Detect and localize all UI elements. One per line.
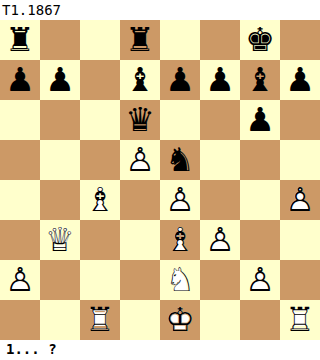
black-pawn-glyph: ♟	[200, 60, 240, 100]
black-pawn: ♟	[0, 60, 40, 100]
black-rook-glyph: ♜	[120, 20, 160, 60]
black-bishop: ♝	[240, 60, 280, 100]
square-b6[interactable]	[40, 100, 80, 140]
white-rook-glyph: ♖	[280, 300, 320, 340]
black-rook-glyph: ♜	[0, 20, 40, 60]
black-pawn: ♟	[40, 60, 80, 100]
white-rook-glyph: ♖	[80, 300, 120, 340]
black-pawn-glyph: ♟	[0, 60, 40, 100]
square-f6[interactable]	[200, 100, 240, 140]
square-g3[interactable]	[240, 220, 280, 260]
black-pawn: ♟	[200, 60, 240, 100]
square-d6[interactable]: ♛	[120, 100, 160, 140]
square-d8[interactable]: ♜	[120, 20, 160, 60]
white-knight-glyph: ♘	[160, 260, 200, 300]
white-pawn: ♟♙	[160, 180, 200, 220]
square-c3[interactable]	[80, 220, 120, 260]
black-pawn: ♟	[240, 100, 280, 140]
white-king: ♚♔	[160, 300, 200, 340]
black-pawn: ♟	[280, 60, 320, 100]
square-b1[interactable]	[40, 300, 80, 340]
square-g2[interactable]: ♟♙	[240, 260, 280, 300]
black-bishop-glyph: ♝	[120, 60, 160, 100]
square-g4[interactable]	[240, 180, 280, 220]
white-knight: ♞♘	[160, 260, 200, 300]
square-e7[interactable]: ♟	[160, 60, 200, 100]
square-c5[interactable]	[80, 140, 120, 180]
square-c6[interactable]	[80, 100, 120, 140]
square-b4[interactable]	[40, 180, 80, 220]
black-pawn-glyph: ♟	[240, 100, 280, 140]
square-b8[interactable]	[40, 20, 80, 60]
square-e6[interactable]	[160, 100, 200, 140]
white-pawn-glyph: ♙	[240, 260, 280, 300]
square-d4[interactable]	[120, 180, 160, 220]
square-a7[interactable]: ♟	[0, 60, 40, 100]
black-rook: ♜	[0, 20, 40, 60]
square-b2[interactable]	[40, 260, 80, 300]
white-rook: ♜♖	[280, 300, 320, 340]
square-g6[interactable]: ♟	[240, 100, 280, 140]
square-f4[interactable]	[200, 180, 240, 220]
square-a2[interactable]: ♟♙	[0, 260, 40, 300]
white-queen-glyph: ♕	[40, 220, 80, 260]
square-h5[interactable]	[280, 140, 320, 180]
square-d1[interactable]	[120, 300, 160, 340]
square-g7[interactable]: ♝	[240, 60, 280, 100]
black-knight-glyph: ♞	[160, 140, 200, 180]
black-queen: ♛	[120, 100, 160, 140]
square-h1[interactable]: ♜♖	[280, 300, 320, 340]
square-f2[interactable]	[200, 260, 240, 300]
move-prompt: 1... ?	[0, 340, 320, 360]
square-h2[interactable]	[280, 260, 320, 300]
square-h6[interactable]	[280, 100, 320, 140]
black-rook: ♜	[120, 20, 160, 60]
white-queen: ♛♕	[40, 220, 80, 260]
square-d2[interactable]	[120, 260, 160, 300]
square-g1[interactable]	[240, 300, 280, 340]
white-pawn: ♟♙	[200, 220, 240, 260]
square-a6[interactable]	[0, 100, 40, 140]
square-c7[interactable]	[80, 60, 120, 100]
square-e8[interactable]	[160, 20, 200, 60]
square-g5[interactable]	[240, 140, 280, 180]
square-g8[interactable]: ♚	[240, 20, 280, 60]
white-bishop-glyph: ♗	[160, 220, 200, 260]
black-queen-glyph: ♛	[120, 100, 160, 140]
square-a8[interactable]: ♜	[0, 20, 40, 60]
chess-puzzle-app: T1.1867 ♜♜♚♟♟♝♟♟♝♟♛♟♟♙♞♝♗♟♙♟♙♛♕♝♗♟♙♟♙♞♘♟…	[0, 0, 320, 360]
square-f8[interactable]	[200, 20, 240, 60]
square-h3[interactable]	[280, 220, 320, 260]
black-pawn-glyph: ♟	[160, 60, 200, 100]
white-rook: ♜♖	[80, 300, 120, 340]
square-f5[interactable]	[200, 140, 240, 180]
square-f1[interactable]	[200, 300, 240, 340]
white-pawn-glyph: ♙	[160, 180, 200, 220]
square-e4[interactable]: ♟♙	[160, 180, 200, 220]
square-d7[interactable]: ♝	[120, 60, 160, 100]
white-pawn: ♟♙	[0, 260, 40, 300]
white-pawn-glyph: ♙	[280, 180, 320, 220]
square-d5[interactable]: ♟♙	[120, 140, 160, 180]
square-b3[interactable]: ♛♕	[40, 220, 80, 260]
square-c2[interactable]	[80, 260, 120, 300]
square-a1[interactable]	[0, 300, 40, 340]
square-f3[interactable]: ♟♙	[200, 220, 240, 260]
square-h4[interactable]: ♟♙	[280, 180, 320, 220]
square-h8[interactable]	[280, 20, 320, 60]
white-pawn: ♟♙	[280, 180, 320, 220]
square-f7[interactable]: ♟	[200, 60, 240, 100]
square-c8[interactable]	[80, 20, 120, 60]
square-e1[interactable]: ♚♔	[160, 300, 200, 340]
square-c4[interactable]: ♝♗	[80, 180, 120, 220]
square-c1[interactable]: ♜♖	[80, 300, 120, 340]
square-a5[interactable]	[0, 140, 40, 180]
white-bishop-glyph: ♗	[80, 180, 120, 220]
white-pawn-glyph: ♙	[200, 220, 240, 260]
puzzle-id: T1.1867	[0, 0, 320, 20]
black-bishop: ♝	[120, 60, 160, 100]
square-b7[interactable]: ♟	[40, 60, 80, 100]
black-pawn-glyph: ♟	[280, 60, 320, 100]
black-pawn: ♟	[160, 60, 200, 100]
square-b5[interactable]	[40, 140, 80, 180]
white-bishop: ♝♗	[160, 220, 200, 260]
square-e5[interactable]: ♞	[160, 140, 200, 180]
black-king-glyph: ♚	[240, 20, 280, 60]
white-pawn: ♟♙	[120, 140, 160, 180]
chess-board: ♜♜♚♟♟♝♟♟♝♟♛♟♟♙♞♝♗♟♙♟♙♛♕♝♗♟♙♟♙♞♘♟♙♜♖♚♔♜♖	[0, 20, 320, 340]
black-pawn-glyph: ♟	[40, 60, 80, 100]
square-h7[interactable]: ♟	[280, 60, 320, 100]
square-a4[interactable]	[0, 180, 40, 220]
square-a3[interactable]	[0, 220, 40, 260]
black-bishop-glyph: ♝	[240, 60, 280, 100]
white-pawn-glyph: ♙	[0, 260, 40, 300]
white-pawn: ♟♙	[240, 260, 280, 300]
white-pawn-glyph: ♙	[120, 140, 160, 180]
square-e3[interactable]: ♝♗	[160, 220, 200, 260]
black-king: ♚	[240, 20, 280, 60]
white-bishop: ♝♗	[80, 180, 120, 220]
square-e2[interactable]: ♞♘	[160, 260, 200, 300]
white-king-glyph: ♔	[160, 300, 200, 340]
black-knight: ♞	[160, 140, 200, 180]
square-d3[interactable]	[120, 220, 160, 260]
